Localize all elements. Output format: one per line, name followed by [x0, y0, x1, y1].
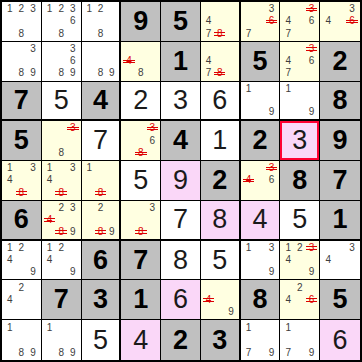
candidate-1: 1: [44, 162, 56, 174]
candidate-2: 2: [55, 242, 67, 254]
pencil-marks: 128: [82, 2, 120, 41]
candidate-6-excluded: 6: [346, 15, 358, 27]
cell-r1c3[interactable]: 128: [82, 2, 122, 42]
cell-r4c6[interactable]: 1: [201, 121, 241, 161]
given-digit: 7: [333, 167, 348, 194]
candidate-9: 9: [67, 346, 79, 359]
cell-r8c2[interactable]: 7: [42, 280, 82, 320]
given-digit: 4: [173, 127, 188, 154]
pencil-marks: 1249: [42, 241, 81, 280]
cell-r7c3[interactable]: 6: [82, 241, 122, 281]
pencil-marks: 12349: [280, 241, 319, 280]
user-digit: 9: [173, 167, 188, 194]
cell-r8c1[interactable]: 24: [2, 280, 42, 320]
given-digit: 9: [333, 127, 348, 154]
given-digit: 6: [14, 206, 29, 233]
candidate-1: 1: [4, 321, 16, 334]
candidate-4: 4: [203, 15, 214, 27]
candidate-7: 7: [282, 346, 294, 359]
cell-r8c3[interactable]: 3: [82, 280, 122, 320]
cell-r2c6[interactable]: 478: [201, 42, 241, 82]
candidate-1: 1: [243, 242, 255, 254]
candidate-2: 2: [95, 202, 106, 214]
candidate-9: 9: [306, 106, 318, 118]
given-digit: 9: [133, 8, 148, 35]
candidate-4: 4: [322, 254, 334, 266]
pencil-marks: 139: [241, 241, 280, 280]
candidate-8: 8: [55, 28, 67, 40]
cell-r6c6[interactable]: 8: [201, 201, 241, 241]
candidate-7: 7: [243, 346, 255, 359]
candidate-6: 6: [67, 55, 79, 67]
candidate-8: 8: [55, 346, 67, 359]
candidate-8-excluded: 8: [55, 226, 67, 238]
candidate-9: 9: [67, 67, 79, 79]
candidate-1: 1: [243, 83, 255, 95]
cell-r5c8[interactable]: 8: [280, 161, 320, 201]
cell-r5c6[interactable]: 2: [201, 161, 241, 201]
candidate-3: 3: [27, 162, 39, 174]
cell-r6c8[interactable]: 5: [280, 201, 320, 241]
candidate-9: 9: [67, 226, 79, 238]
cell-r9c6[interactable]: 3: [201, 320, 241, 360]
cell-r4c4[interactable]: 368: [121, 121, 161, 161]
candidate-7: 7: [203, 28, 214, 40]
candidate-7: 7: [243, 28, 255, 40]
candidate-8: 8: [95, 28, 106, 40]
candidate-9: 9: [266, 106, 278, 118]
user-digit: 5: [93, 327, 108, 354]
candidate-2: 2: [55, 202, 67, 214]
candidate-1: 1: [282, 83, 294, 95]
cell-r7c8[interactable]: 12349: [280, 241, 320, 281]
pencil-marks: 12368: [42, 2, 81, 41]
pencil-marks: 34: [320, 241, 360, 280]
cell-r2c8[interactable]: 3467: [280, 42, 320, 82]
user-digit: 5: [54, 87, 69, 114]
candidate-7: 7: [203, 67, 214, 79]
candidate-1: 1: [243, 321, 255, 334]
candidate-4-excluded: 4: [44, 214, 56, 226]
candidate-6: 6: [67, 15, 79, 27]
cell-r1c5[interactable]: 5: [161, 2, 201, 42]
candidate-3: 3: [147, 202, 159, 214]
user-digit: 7: [93, 127, 108, 154]
candidate-1: 1: [84, 3, 95, 15]
candidate-4-excluded: 4: [243, 174, 255, 186]
candidate-2: 2: [55, 3, 67, 15]
candidate-3: 3: [67, 3, 79, 15]
candidate-3: 3: [67, 43, 79, 55]
candidate-3: 3: [67, 162, 79, 174]
user-digit: 4: [133, 327, 148, 354]
pencil-marks: 38: [121, 201, 160, 239]
candidate-3: 3: [27, 43, 39, 55]
candidate-1: 1: [4, 162, 16, 174]
candidate-9: 9: [306, 346, 318, 359]
candidate-8-excluded: 8: [214, 67, 225, 79]
candidate-1: 1: [282, 321, 294, 334]
pencil-marks: 478: [201, 42, 239, 81]
cell-r6c5[interactable]: 7: [161, 201, 201, 241]
cell-r4c1[interactable]: 5: [2, 121, 42, 161]
candidate-1: 1: [282, 242, 294, 254]
cell-r7c4[interactable]: 7: [121, 241, 161, 281]
candidate-2: 2: [294, 281, 306, 293]
candidate-8-excluded: 8: [55, 187, 67, 199]
given-digit: 2: [212, 167, 227, 194]
cell-r6c9[interactable]: 1: [320, 201, 360, 241]
pencil-marks: 189: [42, 320, 81, 360]
cell-r3c7[interactable]: 19: [241, 82, 281, 122]
candidate-6: 6: [147, 135, 159, 147]
sudoku-board: 1238123681289547836734673463893689894814…: [0, 0, 362, 362]
candidate-9: 9: [27, 266, 39, 278]
user-digit: 5: [212, 247, 227, 274]
cell-r1c8[interactable]: 3467: [280, 2, 320, 42]
cell-r4c7[interactable]: 2: [241, 121, 281, 161]
given-digit: 7: [54, 286, 69, 313]
pencil-marks: 179: [241, 320, 280, 360]
user-digit: 6: [212, 87, 227, 114]
candidate-1: 1: [44, 321, 56, 334]
candidate-4: 4: [282, 294, 294, 306]
candidate-3-excluded: 3: [67, 122, 79, 134]
pencil-marks: 1348: [2, 161, 41, 200]
cell-r9c2[interactable]: 189: [42, 320, 82, 360]
cell-r9c1[interactable]: 189: [2, 320, 42, 360]
user-digit: 3: [173, 87, 188, 114]
candidate-4: 4: [282, 254, 294, 266]
given-digit: 5: [173, 8, 188, 35]
cell-r5c5[interactable]: 9: [161, 161, 201, 201]
candidate-8-excluded: 8: [135, 226, 147, 238]
user-digit: 3: [292, 127, 307, 154]
given-digit: 3: [93, 286, 108, 313]
cell-r6c1[interactable]: 6: [2, 201, 42, 241]
cell-r2c5[interactable]: 1: [161, 42, 201, 82]
pencil-marks: 179: [280, 320, 319, 360]
candidate-4: 4: [4, 254, 16, 266]
cell-r1c6[interactable]: 478: [201, 2, 241, 42]
candidate-4: 4: [4, 294, 16, 306]
given-digit: 1: [173, 48, 188, 75]
candidate-1: 1: [44, 242, 56, 254]
cell-r8c8[interactable]: 246: [280, 280, 320, 320]
candidate-1: 1: [84, 162, 95, 174]
pencil-marks: 189: [2, 320, 41, 360]
candidate-4-excluded: 4: [203, 294, 214, 306]
cell-r5c4[interactable]: 5: [121, 161, 161, 201]
pencil-marks: 368: [121, 121, 160, 160]
candidate-1: 1: [4, 242, 16, 254]
candidate-2: 2: [16, 242, 28, 254]
candidate-3-excluded: 3: [306, 242, 318, 254]
cell-r7c1[interactable]: 1249: [2, 241, 42, 281]
candidate-3: 3: [266, 3, 278, 15]
pencil-marks: 19: [241, 82, 280, 120]
cell-r7c7[interactable]: 139: [241, 241, 281, 281]
candidate-2: 2: [95, 3, 106, 15]
candidate-3: 3: [346, 3, 358, 15]
candidate-9: 9: [106, 226, 117, 238]
pencil-marks: 1348: [42, 161, 81, 200]
candidate-8: 8: [16, 67, 28, 79]
pencil-marks: 1249: [2, 241, 41, 280]
candidate-4: 4: [4, 174, 16, 186]
candidate-8: 8: [55, 147, 67, 159]
given-digit: 5: [14, 127, 29, 154]
candidate-3-excluded: 3: [306, 3, 318, 15]
cell-r2c3[interactable]: 89: [82, 42, 122, 82]
given-digit: 7: [14, 87, 29, 114]
candidate-3-excluded: 3: [266, 162, 278, 174]
pencil-marks: 1238: [2, 2, 41, 41]
candidate-6: 6: [306, 15, 318, 27]
candidate-2: 2: [16, 281, 28, 293]
candidate-4: 4: [282, 55, 294, 67]
cell-r5c2[interactable]: 1348: [42, 161, 82, 201]
cell-r9c3[interactable]: 5: [82, 320, 122, 360]
candidate-8: 8: [16, 346, 28, 359]
cell-r9c9[interactable]: 6: [320, 320, 360, 360]
cell-r2c4[interactable]: 48: [121, 42, 161, 82]
given-digit: 2: [173, 327, 188, 354]
candidate-8-excluded: 8: [95, 226, 106, 238]
candidate-8-excluded: 8: [16, 187, 28, 199]
pencil-marks: 49: [201, 280, 239, 319]
candidate-7: 7: [282, 28, 294, 40]
cell-r4c3[interactable]: 7: [82, 121, 122, 161]
candidate-9: 9: [67, 266, 79, 278]
candidate-8-excluded: 8: [214, 28, 225, 40]
cell-r6c4[interactable]: 38: [121, 201, 161, 241]
candidate-3: 3: [27, 3, 39, 15]
cell-r5c7[interactable]: 346: [241, 161, 281, 201]
given-digit: 3: [212, 327, 227, 354]
cell-r9c8[interactable]: 179: [280, 320, 320, 360]
pencil-marks: 246: [280, 280, 319, 319]
pencil-marks: 19: [280, 82, 319, 120]
given-digit: 5: [253, 48, 268, 75]
candidate-2: 2: [16, 3, 28, 15]
candidate-3: 3: [266, 242, 278, 254]
candidate-3: 3: [67, 202, 79, 214]
candidate-1: 1: [44, 3, 56, 15]
candidate-4: 4: [44, 174, 56, 186]
candidate-7: 7: [282, 67, 294, 79]
candidate-9: 9: [27, 346, 39, 359]
cell-r8c7[interactable]: 8: [241, 280, 281, 320]
cell-r8c5[interactable]: 6: [161, 280, 201, 320]
pencil-marks: 18: [82, 161, 120, 200]
cell-r4c9[interactable]: 9: [320, 121, 360, 161]
pencil-marks: 289: [82, 201, 120, 239]
cell-r9c5[interactable]: 2: [161, 320, 201, 360]
pencil-marks: 3689: [42, 42, 81, 81]
pencil-marks: 24: [2, 280, 41, 319]
pencil-marks: 346: [320, 2, 360, 41]
cell-r3c5[interactable]: 3: [161, 82, 201, 122]
candidate-8: 8: [55, 67, 67, 79]
cell-r8c9[interactable]: 5: [320, 280, 360, 320]
pencil-marks: 48: [121, 42, 160, 81]
candidate-8-excluded: 8: [135, 147, 147, 159]
cell-r2c9[interactable]: 2: [320, 42, 360, 82]
user-digit: 5: [133, 167, 148, 194]
cell-r1c2[interactable]: 12368: [42, 2, 82, 42]
candidate-3: 3: [346, 242, 358, 254]
cell-r5c3[interactable]: 18: [82, 161, 122, 201]
user-digit: 8: [212, 206, 227, 233]
given-digit: 2: [253, 127, 268, 154]
user-digit: 5: [292, 206, 307, 233]
user-digit: 1: [212, 127, 227, 154]
cell-r3c1[interactable]: 7: [2, 82, 42, 122]
candidate-8: 8: [95, 67, 106, 79]
candidate-9: 9: [27, 67, 39, 79]
candidate-6: 6: [306, 55, 318, 67]
candidate-8-excluded: 8: [95, 187, 106, 199]
cell-r2c2[interactable]: 3689: [42, 42, 82, 82]
cell-r6c2[interactable]: 23489: [42, 201, 82, 241]
candidate-1: 1: [4, 3, 16, 15]
given-digit: 5: [333, 286, 348, 313]
cell-r9c4[interactable]: 4: [121, 320, 161, 360]
given-digit: 8: [253, 286, 268, 313]
user-digit: 7: [173, 206, 188, 233]
given-digit: 8: [292, 167, 307, 194]
pencil-marks: 38: [42, 121, 81, 160]
cell-r6c7[interactable]: 4: [241, 201, 281, 241]
given-digit: 2: [333, 48, 348, 75]
candidate-6-excluded: 6: [266, 15, 278, 27]
cell-r4c5[interactable]: 4: [161, 121, 201, 161]
cell-r3c2[interactable]: 5: [42, 82, 82, 122]
candidate-8: 8: [16, 28, 28, 40]
cell-r7c2[interactable]: 1249: [42, 241, 82, 281]
user-digit: 4: [253, 206, 268, 233]
cell-r7c5[interactable]: 8: [161, 241, 201, 281]
pencil-marks: 367: [241, 2, 280, 41]
cell-r1c7[interactable]: 367: [241, 2, 281, 42]
cell-r3c9[interactable]: 8: [320, 82, 360, 122]
cell-r1c4[interactable]: 9: [121, 2, 161, 42]
given-digit: 7: [133, 247, 148, 274]
cell-r3c8[interactable]: 19: [280, 82, 320, 122]
cell-r4c2[interactable]: 38: [42, 121, 82, 161]
cell-r1c9[interactable]: 346: [320, 2, 360, 42]
candidate-4: 4: [44, 254, 56, 266]
cell-r9c7[interactable]: 179: [241, 320, 281, 360]
cell-r4c8-selected[interactable]: 3: [280, 121, 320, 161]
candidate-9: 9: [266, 346, 278, 359]
candidate-4: 4: [322, 15, 334, 27]
cell-r5c1[interactable]: 1348: [2, 161, 42, 201]
cell-r8c4[interactable]: 1: [121, 280, 161, 320]
cell-r3c4[interactable]: 2: [121, 82, 161, 122]
candidate-4: 4: [203, 55, 214, 67]
candidate-4: 4: [282, 15, 294, 27]
cell-r8c6[interactable]: 49: [201, 280, 241, 320]
cell-r5c9[interactable]: 7: [320, 161, 360, 201]
candidate-9: 9: [306, 266, 318, 278]
user-digit: 8: [173, 247, 188, 274]
cell-r2c7[interactable]: 5: [241, 42, 281, 82]
given-digit: 4: [93, 87, 108, 114]
candidate-2: 2: [294, 242, 306, 254]
user-digit: 6: [173, 286, 188, 313]
candidate-4-excluded: 4: [123, 55, 135, 67]
pencil-marks: 3467: [280, 42, 319, 81]
candidate-9: 9: [266, 266, 278, 278]
candidate-6: 6: [266, 174, 278, 186]
given-digit: 1: [333, 206, 348, 233]
candidate-9: 9: [106, 67, 117, 79]
pencil-marks: 23489: [42, 201, 81, 239]
pencil-marks: 346: [241, 161, 280, 200]
given-digit: 6: [93, 247, 108, 274]
user-digit: 2: [133, 87, 148, 114]
cell-r3c6[interactable]: 6: [201, 82, 241, 122]
candidate-9: 9: [225, 306, 236, 318]
cell-r6c3[interactable]: 289: [82, 201, 122, 241]
cell-r2c1[interactable]: 389: [2, 42, 42, 82]
candidate-8: 8: [135, 67, 147, 79]
given-digit: 8: [333, 87, 348, 114]
cell-r7c6[interactable]: 5: [201, 241, 241, 281]
pencil-marks: 389: [2, 42, 41, 81]
candidate-3-excluded: 3: [306, 43, 318, 55]
candidate-3-excluded: 3: [147, 122, 159, 134]
given-digit: 1: [133, 286, 148, 313]
pencil-marks: 3467: [280, 2, 319, 41]
candidate-6-excluded: 6: [306, 294, 318, 306]
user-digit: 6: [333, 327, 348, 354]
pencil-marks: 89: [82, 42, 120, 81]
pencil-marks: 478: [201, 2, 239, 41]
cell-r7c9[interactable]: 34: [320, 241, 360, 281]
cell-r1c1[interactable]: 1238: [2, 2, 42, 42]
cell-r3c3[interactable]: 4: [82, 82, 122, 122]
